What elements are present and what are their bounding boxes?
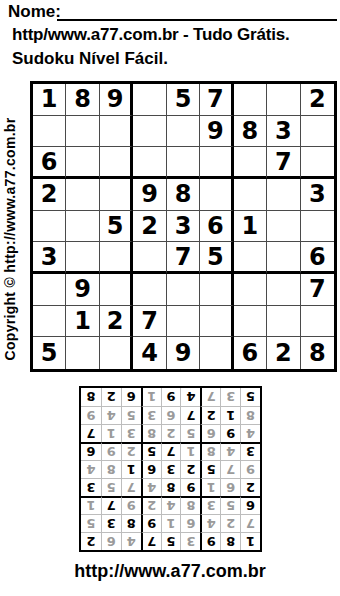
puzzle-cell-r2c5 bbox=[167, 116, 200, 148]
puzzle-cell-r9c2 bbox=[66, 337, 99, 369]
answer-cell-r2c9: 5 bbox=[81, 514, 101, 532]
answer-cell-r7c9: 7 bbox=[81, 424, 101, 442]
puzzle-cell-r7c7 bbox=[234, 274, 267, 306]
answer-cell-r9c3: 7 bbox=[200, 388, 220, 406]
puzzle-cell-r1c1: 1 bbox=[33, 84, 66, 116]
answer-cell-r6c4: 1 bbox=[180, 442, 200, 460]
answer-cell-r8c2: 1 bbox=[220, 406, 240, 424]
answer-cell-r5c6: 6 bbox=[141, 460, 161, 478]
difficulty-title: Sudoku Nível Fácil. bbox=[12, 49, 168, 69]
answer-cell-r2c8: 3 bbox=[101, 514, 121, 532]
puzzle-cell-r4c8 bbox=[267, 179, 300, 211]
puzzle-cell-r7c2: 9 bbox=[66, 274, 99, 306]
answer-cell-r7c7: 3 bbox=[121, 424, 141, 442]
answer-cell-r1c3: 9 bbox=[200, 532, 220, 550]
puzzle-cell-r9c3 bbox=[100, 337, 133, 369]
puzzle-cell-r9c6 bbox=[200, 337, 233, 369]
answer-cell-r5c5: 3 bbox=[161, 460, 181, 478]
puzzle-cell-r7c5 bbox=[167, 274, 200, 306]
answer-cell-r7c6: 8 bbox=[141, 424, 161, 442]
answer-cell-r3c7: 9 bbox=[121, 496, 141, 514]
answer-cell-r3c8: 7 bbox=[101, 496, 121, 514]
answer-cell-r1c2: 8 bbox=[220, 532, 240, 550]
answer-cell-r4c7: 7 bbox=[121, 478, 141, 496]
answer-key-grid: 1893574627246198356538429712619847539752… bbox=[79, 386, 262, 552]
answer-cell-r8c7: 5 bbox=[121, 406, 141, 424]
answer-cell-r7c2: 9 bbox=[220, 424, 240, 442]
main-sudoku-grid: 18957298367298352361375697127549628 bbox=[30, 81, 337, 372]
answer-cell-r8c4: 7 bbox=[180, 406, 200, 424]
answer-cell-r5c7: 1 bbox=[121, 460, 141, 478]
answer-cell-r6c5: 7 bbox=[161, 442, 181, 460]
footer-url: http://www.a77.com.br bbox=[0, 561, 340, 582]
puzzle-cell-r8c4: 7 bbox=[133, 306, 166, 338]
answer-cell-r5c3: 5 bbox=[200, 460, 220, 478]
puzzle-cell-r8c9 bbox=[301, 306, 334, 338]
puzzle-cell-r2c3 bbox=[100, 116, 133, 148]
puzzle-cell-r1c3: 9 bbox=[100, 84, 133, 116]
puzzle-cell-r5c5: 3 bbox=[167, 211, 200, 243]
puzzle-cell-r4c1: 2 bbox=[33, 179, 66, 211]
answer-cell-r1c1: 1 bbox=[240, 532, 260, 550]
answer-cell-r6c7: 2 bbox=[121, 442, 141, 460]
answer-cell-r9c8: 2 bbox=[101, 388, 121, 406]
answer-cell-r4c1: 2 bbox=[240, 478, 260, 496]
puzzle-cell-r2c7: 8 bbox=[234, 116, 267, 148]
puzzle-cell-r8c6 bbox=[200, 306, 233, 338]
answer-cell-r2c2: 2 bbox=[220, 514, 240, 532]
answer-cell-r8c9: 9 bbox=[81, 406, 101, 424]
answer-cell-r2c1: 7 bbox=[240, 514, 260, 532]
puzzle-cell-r3c2 bbox=[66, 147, 99, 179]
answer-cell-r9c6: 1 bbox=[141, 388, 161, 406]
puzzle-cell-r4c6 bbox=[200, 179, 233, 211]
answer-cell-r9c7: 6 bbox=[121, 388, 141, 406]
answer-cell-r7c5: 2 bbox=[161, 424, 181, 442]
answer-cell-r5c1: 9 bbox=[240, 460, 260, 478]
answer-cell-r1c6: 7 bbox=[141, 532, 161, 550]
puzzle-cell-r5c9 bbox=[301, 211, 334, 243]
puzzle-cell-r5c4: 2 bbox=[133, 211, 166, 243]
puzzle-cell-r9c5: 9 bbox=[167, 337, 200, 369]
puzzle-cell-r3c8: 7 bbox=[267, 147, 300, 179]
puzzle-cell-r4c2 bbox=[66, 179, 99, 211]
answer-cell-r4c8: 5 bbox=[101, 478, 121, 496]
puzzle-cell-r7c9: 7 bbox=[301, 274, 334, 306]
answer-cell-r2c4: 6 bbox=[180, 514, 200, 532]
puzzle-cell-r9c9: 8 bbox=[301, 337, 334, 369]
puzzle-cell-r7c6 bbox=[200, 274, 233, 306]
puzzle-cell-r5c2 bbox=[66, 211, 99, 243]
answer-cell-r6c1: 3 bbox=[240, 442, 260, 460]
puzzle-cell-r6c5: 7 bbox=[167, 242, 200, 274]
puzzle-cell-r6c1: 3 bbox=[33, 242, 66, 274]
answer-cell-r7c4: 5 bbox=[180, 424, 200, 442]
puzzle-cell-r6c9: 6 bbox=[301, 242, 334, 274]
puzzle-cell-r5c3: 5 bbox=[100, 211, 133, 243]
puzzle-cell-r5c8 bbox=[267, 211, 300, 243]
puzzle-cell-r6c4 bbox=[133, 242, 166, 274]
puzzle-cell-r1c8 bbox=[267, 84, 300, 116]
answer-cell-r5c4: 2 bbox=[180, 460, 200, 478]
answer-cell-r5c9: 4 bbox=[81, 460, 101, 478]
answer-cell-r8c6: 3 bbox=[141, 406, 161, 424]
puzzle-cell-r8c5 bbox=[167, 306, 200, 338]
answer-cell-r8c1: 8 bbox=[240, 406, 260, 424]
puzzle-cell-r8c7 bbox=[234, 306, 267, 338]
puzzle-cell-r3c6 bbox=[200, 147, 233, 179]
puzzle-cell-r4c7 bbox=[234, 179, 267, 211]
puzzle-cell-r9c4: 4 bbox=[133, 337, 166, 369]
answer-cell-r1c5: 5 bbox=[161, 532, 181, 550]
answer-cell-r2c6: 9 bbox=[141, 514, 161, 532]
puzzle-cell-r2c6: 9 bbox=[200, 116, 233, 148]
puzzle-cell-r3c3 bbox=[100, 147, 133, 179]
puzzle-cell-r9c7: 6 bbox=[234, 337, 267, 369]
answer-cell-r6c3: 8 bbox=[200, 442, 220, 460]
puzzle-cell-r1c4 bbox=[133, 84, 166, 116]
puzzle-cell-r3c7 bbox=[234, 147, 267, 179]
puzzle-cell-r1c2: 8 bbox=[66, 84, 99, 116]
puzzle-cell-r8c1 bbox=[33, 306, 66, 338]
answer-cell-r8c5: 6 bbox=[161, 406, 181, 424]
puzzle-cell-r5c1 bbox=[33, 211, 66, 243]
puzzle-cell-r1c9: 2 bbox=[301, 84, 334, 116]
puzzle-cell-r3c1: 6 bbox=[33, 147, 66, 179]
answer-cell-r9c2: 3 bbox=[220, 388, 240, 406]
answer-cell-r4c2: 6 bbox=[220, 478, 240, 496]
puzzle-cell-r2c4 bbox=[133, 116, 166, 148]
puzzle-cell-r5c7: 1 bbox=[234, 211, 267, 243]
answer-cell-r3c1: 6 bbox=[240, 496, 260, 514]
puzzle-cell-r6c2 bbox=[66, 242, 99, 274]
puzzle-cell-r5c6: 6 bbox=[200, 211, 233, 243]
answer-cell-r4c4: 9 bbox=[180, 478, 200, 496]
answer-cell-r7c3: 6 bbox=[200, 424, 220, 442]
puzzle-cell-r7c4 bbox=[133, 274, 166, 306]
puzzle-cell-r2c9 bbox=[301, 116, 334, 148]
answer-cell-r9c4: 4 bbox=[180, 388, 200, 406]
answer-cell-r2c3: 4 bbox=[200, 514, 220, 532]
answer-cell-r9c1: 5 bbox=[240, 388, 260, 406]
puzzle-cell-r4c4: 9 bbox=[133, 179, 166, 211]
answer-cell-r1c4: 3 bbox=[180, 532, 200, 550]
puzzle-cell-r3c9 bbox=[301, 147, 334, 179]
puzzle-cell-r6c6: 5 bbox=[200, 242, 233, 274]
printable-sudoku-page: Nome: http/www.a77.com.br - Tudo Grátis.… bbox=[0, 0, 340, 596]
puzzle-cell-r2c2 bbox=[66, 116, 99, 148]
answer-cell-r4c9: 3 bbox=[81, 478, 101, 496]
puzzle-cell-r4c9: 3 bbox=[301, 179, 334, 211]
puzzle-cell-r9c8: 2 bbox=[267, 337, 300, 369]
answer-cell-r7c1: 4 bbox=[240, 424, 260, 442]
puzzle-cell-r3c5 bbox=[167, 147, 200, 179]
answer-cell-r3c6: 2 bbox=[141, 496, 161, 514]
answer-cell-r3c4: 8 bbox=[180, 496, 200, 514]
answer-cell-r3c5: 4 bbox=[161, 496, 181, 514]
answer-cell-r7c8: 1 bbox=[101, 424, 121, 442]
answer-cell-r6c9: 6 bbox=[81, 442, 101, 460]
puzzle-cell-r4c5: 8 bbox=[167, 179, 200, 211]
answer-cell-r8c3: 2 bbox=[200, 406, 220, 424]
answer-cell-r1c7: 4 bbox=[121, 532, 141, 550]
puzzle-cell-r4c3 bbox=[100, 179, 133, 211]
puzzle-cell-r9c1: 5 bbox=[33, 337, 66, 369]
puzzle-cell-r6c3 bbox=[100, 242, 133, 274]
puzzle-cell-r3c4 bbox=[133, 147, 166, 179]
puzzle-cell-r6c8 bbox=[267, 242, 300, 274]
puzzle-cell-r7c3 bbox=[100, 274, 133, 306]
answer-cell-r4c3: 1 bbox=[200, 478, 220, 496]
answer-cell-r8c8: 4 bbox=[101, 406, 121, 424]
puzzle-cell-r7c8 bbox=[267, 274, 300, 306]
answer-cell-r5c2: 7 bbox=[220, 460, 240, 478]
name-label: Nome: bbox=[8, 2, 61, 22]
puzzle-cell-r1c6: 7 bbox=[200, 84, 233, 116]
answer-cell-r5c8: 8 bbox=[101, 460, 121, 478]
copyright-vertical-text: Copyright © http://www.a77.com.br bbox=[2, 84, 18, 394]
answer-cell-r3c2: 5 bbox=[220, 496, 240, 514]
answer-cell-r2c5: 1 bbox=[161, 514, 181, 532]
answer-cell-r9c9: 8 bbox=[81, 388, 101, 406]
puzzle-cell-r1c5: 5 bbox=[167, 84, 200, 116]
answer-cell-r1c9: 2 bbox=[81, 532, 101, 550]
answer-cell-r1c8: 6 bbox=[101, 532, 121, 550]
answer-cell-r4c5: 8 bbox=[161, 478, 181, 496]
puzzle-cell-r2c8: 3 bbox=[267, 116, 300, 148]
puzzle-cell-r2c1 bbox=[33, 116, 66, 148]
answer-cell-r9c5: 9 bbox=[161, 388, 181, 406]
puzzle-cell-r8c8 bbox=[267, 306, 300, 338]
puzzle-cell-r6c7 bbox=[234, 242, 267, 274]
name-underline bbox=[57, 19, 337, 21]
answer-cell-r2c7: 8 bbox=[121, 514, 141, 532]
puzzle-cell-r8c2: 1 bbox=[66, 306, 99, 338]
puzzle-cell-r8c3: 2 bbox=[100, 306, 133, 338]
site-header: http/www.a77.com.br - Tudo Grátis. bbox=[12, 25, 290, 45]
answer-cell-r4c6: 4 bbox=[141, 478, 161, 496]
answer-cell-r3c9: 1 bbox=[81, 496, 101, 514]
answer-cell-r6c8: 9 bbox=[101, 442, 121, 460]
answer-cell-r6c2: 4 bbox=[220, 442, 240, 460]
answer-cell-r3c3: 3 bbox=[200, 496, 220, 514]
puzzle-cell-r1c7 bbox=[234, 84, 267, 116]
answer-cell-r6c6: 5 bbox=[141, 442, 161, 460]
puzzle-cell-r7c1 bbox=[33, 274, 66, 306]
